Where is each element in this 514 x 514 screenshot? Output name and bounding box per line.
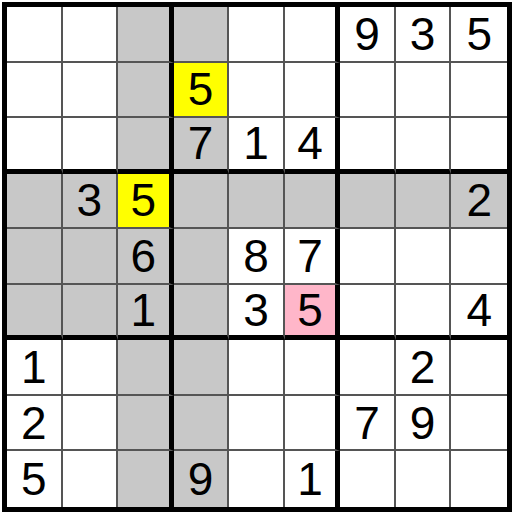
cell-r9c6[interactable]: 1 [285, 451, 341, 507]
cell-r6c6[interactable]: 5 [285, 285, 341, 341]
cell-r2c1[interactable] [7, 63, 63, 119]
cell-r1c3[interactable] [118, 7, 174, 63]
cell-r8c5[interactable] [229, 396, 285, 452]
cell-r9c2[interactable] [63, 451, 119, 507]
cell-r1c5[interactable] [229, 7, 285, 63]
cell-r1c6[interactable] [285, 7, 341, 63]
cell-r6c7[interactable] [340, 285, 396, 341]
cell-r5c7[interactable] [340, 229, 396, 285]
cell-r1c4[interactable] [174, 7, 230, 63]
cell-r1c9[interactable]: 5 [451, 7, 507, 63]
cell-r2c8[interactable] [396, 63, 452, 119]
cell-r9c8[interactable] [396, 451, 452, 507]
cell-r9c9[interactable] [451, 451, 507, 507]
cell-r5c2[interactable] [63, 229, 119, 285]
cell-r8c8[interactable]: 9 [396, 396, 452, 452]
cell-r2c3[interactable] [118, 63, 174, 119]
cell-r1c8[interactable]: 3 [396, 7, 452, 63]
cell-r4c4[interactable] [174, 174, 230, 230]
cell-r4c2[interactable]: 3 [63, 174, 119, 230]
cell-r6c4[interactable] [174, 285, 230, 341]
cell-r8c7[interactable]: 7 [340, 396, 396, 452]
cell-r4c8[interactable] [396, 174, 452, 230]
cell-r7c6[interactable] [285, 340, 341, 396]
cell-r8c3[interactable] [118, 396, 174, 452]
cell-r7c4[interactable] [174, 340, 230, 396]
cell-r7c9[interactable] [451, 340, 507, 396]
cell-r6c3[interactable]: 1 [118, 285, 174, 341]
cell-r2c2[interactable] [63, 63, 119, 119]
cell-r3c7[interactable] [340, 118, 396, 174]
cell-r5c9[interactable] [451, 229, 507, 285]
cell-r3c2[interactable] [63, 118, 119, 174]
sudoku-board-frame: 9355714352687135412279591 [2, 2, 512, 512]
cell-r9c3[interactable] [118, 451, 174, 507]
cell-r5c4[interactable] [174, 229, 230, 285]
cell-r6c1[interactable] [7, 285, 63, 341]
cell-r3c1[interactable] [7, 118, 63, 174]
cell-r4c7[interactable] [340, 174, 396, 230]
cell-r4c9[interactable]: 2 [451, 174, 507, 230]
cell-r4c5[interactable] [229, 174, 285, 230]
sudoku-board: 9355714352687135412279591 [7, 7, 507, 507]
cell-r7c5[interactable] [229, 340, 285, 396]
cell-r2c6[interactable] [285, 63, 341, 119]
cell-r5c8[interactable] [396, 229, 452, 285]
cell-r2c4[interactable]: 5 [174, 63, 230, 119]
cell-r1c1[interactable] [7, 7, 63, 63]
cell-r7c8[interactable]: 2 [396, 340, 452, 396]
cell-r2c5[interactable] [229, 63, 285, 119]
cell-r4c3[interactable]: 5 [118, 174, 174, 230]
cell-r5c5[interactable]: 8 [229, 229, 285, 285]
cell-r7c1[interactable]: 1 [7, 340, 63, 396]
cell-r3c5[interactable]: 1 [229, 118, 285, 174]
cell-r1c2[interactable] [63, 7, 119, 63]
cell-r9c7[interactable] [340, 451, 396, 507]
cell-r3c3[interactable] [118, 118, 174, 174]
cell-r3c9[interactable] [451, 118, 507, 174]
cell-r7c3[interactable] [118, 340, 174, 396]
cell-r3c4[interactable]: 7 [174, 118, 230, 174]
cell-r1c7[interactable]: 9 [340, 7, 396, 63]
cell-r8c4[interactable] [174, 396, 230, 452]
cell-r8c2[interactable] [63, 396, 119, 452]
cell-r6c9[interactable]: 4 [451, 285, 507, 341]
cell-r8c6[interactable] [285, 396, 341, 452]
cell-r3c6[interactable]: 4 [285, 118, 341, 174]
cell-r5c6[interactable]: 7 [285, 229, 341, 285]
cell-r9c1[interactable]: 5 [7, 451, 63, 507]
cell-r5c1[interactable] [7, 229, 63, 285]
cell-r9c5[interactable] [229, 451, 285, 507]
cell-r8c1[interactable]: 2 [7, 396, 63, 452]
cell-r8c9[interactable] [451, 396, 507, 452]
cell-r5c3[interactable]: 6 [118, 229, 174, 285]
cell-r7c2[interactable] [63, 340, 119, 396]
cell-r9c4[interactable]: 9 [174, 451, 230, 507]
cell-r2c7[interactable] [340, 63, 396, 119]
cell-r6c5[interactable]: 3 [229, 285, 285, 341]
cell-r6c2[interactable] [63, 285, 119, 341]
cell-r6c8[interactable] [396, 285, 452, 341]
cell-r2c9[interactable] [451, 63, 507, 119]
cell-r4c6[interactable] [285, 174, 341, 230]
cell-r7c7[interactable] [340, 340, 396, 396]
cell-r4c1[interactable] [7, 174, 63, 230]
cell-r3c8[interactable] [396, 118, 452, 174]
